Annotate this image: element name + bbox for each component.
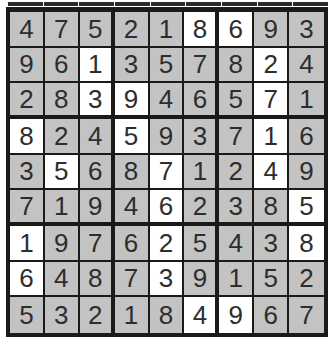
cell-r7c3: 7	[80, 226, 115, 262]
adjacent-grid-bottom-border	[8, 2, 328, 6]
adjacent-grid-border-segment	[115, 2, 150, 6]
cell-r4c8: 1	[254, 119, 289, 155]
cell-r9c7: 9	[219, 297, 254, 333]
cell-r5c1: 3	[10, 155, 45, 191]
adjacent-grid-border-segment	[222, 2, 257, 6]
cell-r7c6: 5	[184, 226, 219, 262]
adjacent-grid-border-segment	[258, 2, 293, 6]
cell-r4c7: 7	[219, 119, 254, 155]
cell-r5c5: 7	[150, 155, 185, 191]
cell-r2c4: 3	[115, 48, 150, 84]
cell-r2c7: 8	[219, 48, 254, 84]
cell-r5c3: 6	[80, 155, 115, 191]
cell-r9c6: 4	[184, 297, 219, 333]
cell-r7c1: 1	[10, 226, 45, 262]
cell-r1c1: 4	[10, 12, 45, 48]
cell-r7c5: 2	[150, 226, 185, 262]
cell-r1c5: 1	[150, 12, 185, 48]
cell-r6c4: 4	[115, 190, 150, 226]
adjacent-grid-border-segment	[293, 2, 328, 6]
cell-r7c2: 9	[45, 226, 80, 262]
cell-r2c6: 7	[184, 48, 219, 84]
cell-r9c2: 3	[45, 297, 80, 333]
cell-r9c8: 6	[254, 297, 289, 333]
cell-r1c7: 6	[219, 12, 254, 48]
cell-r9c3: 2	[80, 297, 115, 333]
cell-r8c7: 1	[219, 262, 254, 298]
cell-r8c2: 4	[45, 262, 80, 298]
cell-r6c2: 1	[45, 190, 80, 226]
cell-r3c8: 7	[254, 83, 289, 119]
cell-r5c6: 1	[184, 155, 219, 191]
cell-r3c4: 9	[115, 83, 150, 119]
cell-r6c7: 3	[219, 190, 254, 226]
cell-r3c9: 1	[289, 83, 324, 119]
cell-r3c5: 4	[150, 83, 185, 119]
cell-r6c1: 7	[10, 190, 45, 226]
cell-r8c4: 7	[115, 262, 150, 298]
cell-r5c4: 8	[115, 155, 150, 191]
cell-r8c5: 3	[150, 262, 185, 298]
cell-r1c3: 5	[80, 12, 115, 48]
cell-r6c3: 9	[80, 190, 115, 226]
adjacent-grid-border-segment	[79, 2, 114, 6]
cell-r2c9: 4	[289, 48, 324, 84]
cell-r4c9: 6	[289, 119, 324, 155]
cell-r6c5: 6	[150, 190, 185, 226]
sudoku-board: 4752186939613578242839465718245937163568…	[6, 7, 328, 337]
cell-r9c1: 5	[10, 297, 45, 333]
cell-r7c7: 4	[219, 226, 254, 262]
cell-r8c6: 9	[184, 262, 219, 298]
cell-r8c1: 6	[10, 262, 45, 298]
cell-r1c9: 3	[289, 12, 324, 48]
cell-r6c9: 5	[289, 190, 324, 226]
cell-r2c1: 9	[10, 48, 45, 84]
cell-r5c2: 5	[45, 155, 80, 191]
page: 4752186939613578242839465718245937163568…	[0, 0, 334, 345]
adjacent-grid-border-segment	[44, 2, 79, 6]
cell-r7c9: 8	[289, 226, 324, 262]
adjacent-grid-border-segment	[8, 2, 43, 6]
cell-r3c2: 8	[45, 83, 80, 119]
cell-r3c6: 6	[184, 83, 219, 119]
cell-r9c5: 8	[150, 297, 185, 333]
cell-r1c4: 2	[115, 12, 150, 48]
cell-r1c2: 7	[45, 12, 80, 48]
cell-r3c1: 2	[10, 83, 45, 119]
cell-r2c2: 6	[45, 48, 80, 84]
cell-r5c9: 9	[289, 155, 324, 191]
cell-r4c1: 8	[10, 119, 45, 155]
adjacent-grid-border-segment	[186, 2, 221, 6]
cell-r4c6: 3	[184, 119, 219, 155]
cell-r6c6: 2	[184, 190, 219, 226]
cell-r3c3: 3	[80, 83, 115, 119]
adjacent-grid-border-segment	[151, 2, 186, 6]
cell-r1c8: 9	[254, 12, 289, 48]
cell-r8c3: 8	[80, 262, 115, 298]
cell-r1c6: 8	[184, 12, 219, 48]
cell-r9c4: 1	[115, 297, 150, 333]
cell-r8c9: 2	[289, 262, 324, 298]
cell-r5c7: 2	[219, 155, 254, 191]
cell-r3c7: 5	[219, 83, 254, 119]
cell-r7c8: 3	[254, 226, 289, 262]
cell-r9c9: 7	[289, 297, 324, 333]
cell-r4c5: 9	[150, 119, 185, 155]
cell-r7c4: 6	[115, 226, 150, 262]
cell-r4c2: 2	[45, 119, 80, 155]
cell-r6c8: 8	[254, 190, 289, 226]
cell-r5c8: 4	[254, 155, 289, 191]
cell-r2c5: 5	[150, 48, 185, 84]
cell-r4c3: 4	[80, 119, 115, 155]
cell-r2c3: 1	[80, 48, 115, 84]
cell-r2c8: 2	[254, 48, 289, 84]
cell-r8c8: 5	[254, 262, 289, 298]
sudoku-grid: 4752186939613578242839465718245937163568…	[10, 12, 324, 333]
cell-r4c4: 5	[115, 119, 150, 155]
